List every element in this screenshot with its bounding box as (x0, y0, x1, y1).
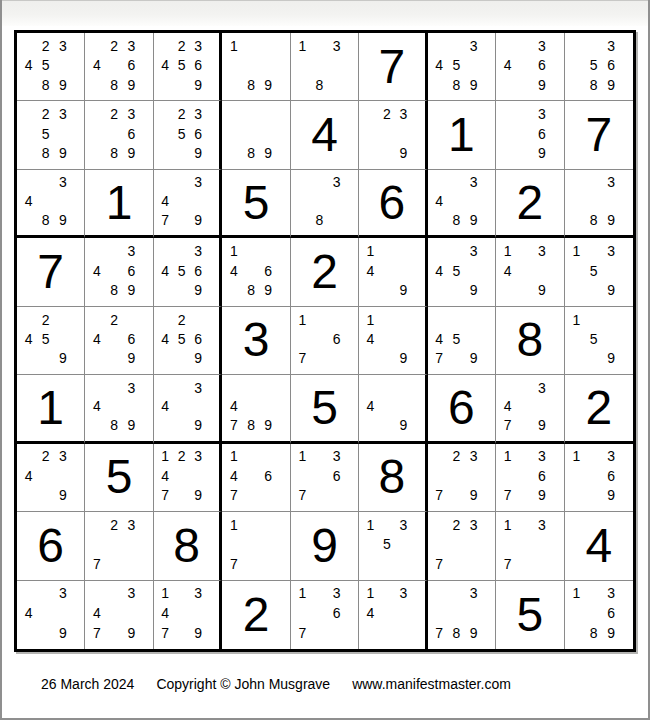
cell-r4c3[interactable]: 34569 (154, 238, 222, 306)
candidate-empty (431, 603, 448, 623)
cell-r4c6[interactable]: 149 (359, 238, 427, 306)
candidate-empty (585, 173, 602, 192)
cell-r9c5[interactable]: 1367 (291, 581, 359, 649)
candidate-digit: 9 (54, 75, 71, 94)
candidate-digit: 2 (37, 36, 54, 55)
cell-r5c3[interactable]: 24569 (154, 307, 222, 375)
candidate-empty (568, 75, 585, 94)
cell-r4c9[interactable]: 1359 (565, 238, 633, 306)
cell-r6c2[interactable]: 3489 (85, 375, 153, 443)
candidate-digit: 9 (190, 623, 206, 643)
candidate-empty (448, 349, 465, 368)
cell-r3c7[interactable]: 3489 (428, 170, 496, 238)
candidate-empty (516, 124, 533, 143)
candidate-digit: 8 (37, 75, 54, 94)
cell-r5c6[interactable]: 149 (359, 307, 427, 375)
candidate-digit: 9 (533, 280, 550, 299)
candidate-digit: 9 (190, 143, 206, 162)
candidate-digit: 2 (173, 310, 189, 329)
candidate-empty (260, 55, 277, 74)
cell-r8c1[interactable]: 6 (17, 512, 85, 580)
candidate-empty (516, 535, 533, 554)
candidate-empty (242, 486, 259, 505)
cell-r3c5[interactable]: 38 (291, 170, 359, 238)
candidate-empty (190, 603, 206, 623)
candidate-digit: 4 (499, 55, 516, 74)
cell-r2c6[interactable]: 239 (359, 101, 427, 169)
candidates-grid: 3789 (428, 581, 495, 649)
candidate-digit: 7 (294, 623, 311, 643)
candidate-empty (311, 329, 328, 348)
cell-r7c1[interactable]: 2349 (17, 444, 85, 512)
candidate-empty (123, 310, 140, 329)
sudoku-board[interactable]: 2345892346892345691891387345893469356892… (14, 30, 636, 652)
cell-r7c5[interactable]: 1367 (291, 444, 359, 512)
candidate-digit: 3 (190, 447, 206, 466)
cell-r2c7[interactable]: 1 (428, 101, 496, 169)
candidate-empty (448, 310, 465, 329)
candidate-empty (242, 261, 259, 280)
candidate-digit: 1 (157, 584, 173, 604)
candidate-digit: 3 (123, 36, 140, 55)
candidate-empty (242, 554, 259, 573)
candidates-grid: 1359 (565, 238, 633, 305)
candidate-empty (395, 261, 411, 280)
candidate-digit: 5 (37, 329, 54, 348)
cell-r8c7[interactable]: 237 (428, 512, 496, 580)
cell-r6c8[interactable]: 3479 (496, 375, 564, 443)
cell-r1c8[interactable]: 3469 (496, 33, 564, 101)
candidate-empty (516, 241, 533, 260)
candidate-digit: 9 (190, 349, 206, 368)
solved-digit: 2 (516, 179, 543, 227)
candidate-digit: 9 (54, 211, 71, 230)
candidate-digit: 3 (603, 447, 620, 466)
candidate-empty (533, 535, 550, 554)
cell-r6c5[interactable]: 5 (291, 375, 359, 443)
candidate-empty (431, 515, 448, 534)
candidate-digit: 4 (431, 329, 448, 348)
candidate-digit: 5 (173, 55, 189, 74)
candidate-empty (37, 603, 54, 623)
candidate-digit: 4 (88, 329, 105, 348)
candidate-empty (157, 173, 173, 192)
candidate-digit: 9 (190, 416, 206, 435)
candidate-empty (242, 535, 259, 554)
cell-r5c9[interactable]: 159 (565, 307, 633, 375)
candidates-grid: 1467 (222, 444, 289, 511)
candidate-empty (173, 623, 189, 643)
candidate-empty (157, 124, 173, 143)
candidate-empty (395, 378, 411, 397)
candidate-digit: 7 (225, 486, 242, 505)
candidate-digit: 3 (533, 104, 550, 123)
cell-r1c6[interactable]: 7 (359, 33, 427, 101)
candidate-empty (516, 280, 533, 299)
candidate-empty (260, 397, 277, 416)
cell-r8c2[interactable]: 237 (85, 512, 153, 580)
candidate-empty (123, 554, 140, 573)
candidate-digit: 3 (54, 584, 71, 604)
cell-r2c9[interactable]: 7 (565, 101, 633, 169)
candidates-grid: 13679 (496, 444, 563, 511)
cell-r1c7[interactable]: 34589 (428, 33, 496, 101)
candidate-digit: 3 (465, 36, 482, 55)
candidate-empty (54, 310, 71, 329)
cell-r2c1[interactable]: 23589 (17, 101, 85, 169)
candidate-digit: 3 (190, 584, 206, 604)
candidate-digit: 8 (106, 416, 123, 435)
cell-r2c4[interactable]: 89 (222, 101, 290, 169)
candidates-grid: 389 (565, 170, 633, 235)
candidate-empty (585, 447, 602, 466)
cell-r3c1[interactable]: 3489 (17, 170, 85, 238)
candidates-grid: 4789 (222, 375, 289, 440)
candidate-empty (362, 554, 378, 573)
candidate-digit: 3 (533, 447, 550, 466)
candidate-digit: 4 (225, 397, 242, 416)
candidate-empty (20, 447, 37, 466)
cell-r9c7[interactable]: 3789 (428, 581, 496, 649)
candidate-digit: 7 (157, 486, 173, 505)
candidate-empty (54, 329, 71, 348)
candidate-empty (395, 124, 411, 143)
candidates-grid: 34569 (154, 238, 219, 305)
cell-r7c4[interactable]: 1467 (222, 444, 290, 512)
candidate-digit: 1 (568, 310, 585, 329)
candidate-digit: 2 (448, 447, 465, 466)
candidate-empty (465, 535, 482, 554)
cell-r2c8[interactable]: 369 (496, 101, 564, 169)
cell-r8c5[interactable]: 9 (291, 512, 359, 580)
candidate-empty (106, 378, 123, 397)
candidate-empty (362, 349, 378, 368)
candidate-empty (379, 584, 395, 604)
candidate-digit: 4 (225, 466, 242, 485)
candidate-empty (431, 36, 448, 55)
candidate-digit: 7 (431, 623, 448, 643)
candidate-digit: 6 (603, 603, 620, 623)
candidate-empty (311, 349, 328, 368)
candidate-empty (173, 192, 189, 211)
candidate-empty (106, 349, 123, 368)
cell-r7c9[interactable]: 1369 (565, 444, 633, 512)
candidate-empty (395, 554, 411, 573)
candidates-grid: 17 (222, 512, 289, 579)
cell-r1c5[interactable]: 138 (291, 33, 359, 101)
cell-r2c3[interactable]: 23569 (154, 101, 222, 169)
candidate-empty (568, 280, 585, 299)
cell-r3c6[interactable]: 6 (359, 170, 427, 238)
candidate-empty (37, 173, 54, 192)
candidate-empty (157, 310, 173, 329)
candidate-empty (106, 241, 123, 260)
candidate-empty (379, 397, 395, 416)
cell-r4c5[interactable]: 2 (291, 238, 359, 306)
cell-r4c8[interactable]: 1349 (496, 238, 564, 306)
cell-r5c2[interactable]: 2469 (85, 307, 153, 375)
candidate-digit: 9 (54, 349, 71, 368)
cell-r4c2[interactable]: 34689 (85, 238, 153, 306)
candidate-empty (395, 310, 411, 329)
cell-r4c1[interactable]: 7 (17, 238, 85, 306)
candidate-digit: 1 (499, 241, 516, 260)
candidate-empty (294, 55, 311, 74)
candidate-empty (379, 143, 395, 162)
candidate-empty (173, 349, 189, 368)
candidate-digit: 9 (123, 75, 140, 94)
candidate-digit: 3 (465, 241, 482, 260)
candidate-digit: 3 (465, 515, 482, 534)
solved-digit: 3 (243, 316, 270, 364)
cell-r3c2[interactable]: 1 (85, 170, 153, 238)
candidate-digit: 3 (190, 241, 206, 260)
cell-r3c8[interactable]: 2 (496, 170, 564, 238)
candidate-digit: 6 (123, 55, 140, 74)
candidate-empty (448, 584, 465, 604)
cell-r6c9[interactable]: 2 (565, 375, 633, 443)
candidate-digit: 4 (157, 397, 173, 416)
candidate-digit: 1 (294, 310, 311, 329)
candidate-digit: 9 (260, 75, 277, 94)
candidate-empty (88, 378, 105, 397)
cell-r9c3[interactable]: 13479 (154, 581, 222, 649)
candidate-empty (88, 535, 105, 554)
candidate-digit: 4 (362, 397, 378, 416)
candidate-digit: 8 (37, 143, 54, 162)
candidate-empty (465, 55, 482, 74)
candidate-empty (225, 104, 242, 123)
solved-digit: 7 (37, 248, 64, 296)
candidate-empty (568, 486, 585, 505)
candidate-digit: 8 (242, 416, 259, 435)
candidate-digit: 8 (106, 75, 123, 94)
cell-r9c1[interactable]: 349 (17, 581, 85, 649)
candidate-empty (568, 211, 585, 230)
candidate-digit: 9 (190, 75, 206, 94)
candidate-digit: 7 (499, 554, 516, 573)
candidate-empty (294, 192, 311, 211)
cell-r7c7[interactable]: 2379 (428, 444, 496, 512)
candidate-empty (190, 397, 206, 416)
candidate-empty (448, 535, 465, 554)
candidate-empty (54, 466, 71, 485)
candidate-empty (516, 143, 533, 162)
cell-r8c3[interactable]: 8 (154, 512, 222, 580)
cell-r9c2[interactable]: 3479 (85, 581, 153, 649)
candidate-empty (157, 104, 173, 123)
candidate-empty (20, 124, 37, 143)
candidates-grid: 1367 (291, 581, 358, 649)
candidate-empty (106, 554, 123, 573)
candidate-digit: 8 (106, 280, 123, 299)
cell-r7c3[interactable]: 123479 (154, 444, 222, 512)
candidate-empty (294, 603, 311, 623)
candidate-empty (568, 173, 585, 192)
candidates-grid: 189 (222, 33, 289, 100)
candidate-empty (431, 310, 448, 329)
candidate-digit: 4 (88, 397, 105, 416)
candidate-empty (516, 515, 533, 534)
cell-r5c4[interactable]: 3 (222, 307, 290, 375)
candidates-grid: 137 (496, 512, 563, 579)
candidate-digit: 2 (37, 310, 54, 329)
candidate-empty (448, 36, 465, 55)
cell-r6c7[interactable]: 6 (428, 375, 496, 443)
cell-r9c8[interactable]: 5 (496, 581, 564, 649)
cell-r2c5[interactable]: 4 (291, 101, 359, 169)
cell-r1c1[interactable]: 234589 (17, 33, 85, 101)
candidate-empty (395, 603, 411, 623)
cell-r7c2[interactable]: 5 (85, 444, 153, 512)
candidate-digit: 9 (54, 143, 71, 162)
candidate-empty (157, 280, 173, 299)
candidate-empty (328, 349, 345, 368)
solved-digit: 6 (379, 179, 406, 227)
footer-website[interactable]: www.manifestmaster.com (352, 676, 511, 692)
candidate-empty (395, 329, 411, 348)
candidate-empty (499, 143, 516, 162)
page: { "game": "sudoku", "position": "0000070… (0, 0, 650, 720)
solved-digit: 8 (516, 316, 543, 364)
cell-r4c4[interactable]: 14689 (222, 238, 290, 306)
cell-r1c9[interactable]: 35689 (565, 33, 633, 101)
candidate-digit: 6 (533, 124, 550, 143)
candidate-digit: 9 (533, 486, 550, 505)
candidate-digit: 1 (294, 584, 311, 604)
candidate-empty (173, 173, 189, 192)
candidate-digit: 3 (603, 584, 620, 604)
candidate-empty (568, 36, 585, 55)
candidate-empty (242, 104, 259, 123)
candidates-grid: 3479 (85, 581, 152, 649)
candidate-digit: 6 (190, 55, 206, 74)
cell-r8c4[interactable]: 17 (222, 512, 290, 580)
candidate-digit: 2 (37, 447, 54, 466)
candidate-digit: 7 (157, 211, 173, 230)
candidate-digit: 7 (431, 486, 448, 505)
candidate-empty (328, 211, 345, 230)
candidate-empty (516, 486, 533, 505)
cell-r3c4[interactable]: 5 (222, 170, 290, 238)
candidate-digit: 6 (328, 329, 345, 348)
candidate-empty (431, 211, 448, 230)
candidate-empty (603, 192, 620, 211)
solved-digit: 5 (516, 591, 543, 639)
candidate-empty (585, 310, 602, 329)
candidate-empty (294, 75, 311, 94)
cell-r5c1[interactable]: 2459 (17, 307, 85, 375)
cell-r3c9[interactable]: 389 (565, 170, 633, 238)
candidates-grid: 167 (291, 307, 358, 374)
candidate-empty (603, 261, 620, 280)
candidate-empty (54, 55, 71, 74)
cell-r7c8[interactable]: 13679 (496, 444, 564, 512)
solved-digit: 5 (243, 179, 270, 227)
candidate-digit: 3 (465, 447, 482, 466)
candidate-empty (568, 192, 585, 211)
candidate-digit: 8 (311, 211, 328, 230)
candidate-digit: 9 (465, 623, 482, 643)
candidate-digit: 3 (190, 104, 206, 123)
cell-r5c8[interactable]: 8 (496, 307, 564, 375)
candidate-digit: 1 (157, 447, 173, 466)
cell-r1c3[interactable]: 234569 (154, 33, 222, 101)
candidate-digit: 6 (190, 329, 206, 348)
candidate-empty (311, 192, 328, 211)
candidate-empty (173, 280, 189, 299)
cell-r5c5[interactable]: 167 (291, 307, 359, 375)
candidate-digit: 5 (448, 55, 465, 74)
candidate-empty (54, 603, 71, 623)
cell-r9c4[interactable]: 2 (222, 581, 290, 649)
solved-digit: 2 (585, 384, 612, 432)
candidate-digit: 4 (431, 261, 448, 280)
candidate-digit: 9 (123, 349, 140, 368)
cell-r6c1[interactable]: 1 (17, 375, 85, 443)
candidates-grid: 3489 (85, 375, 152, 440)
candidate-empty (585, 349, 602, 368)
candidate-digit: 1 (362, 310, 378, 329)
candidate-empty (379, 623, 395, 643)
cell-r3c3[interactable]: 3479 (154, 170, 222, 238)
candidate-empty (431, 447, 448, 466)
candidate-digit: 9 (603, 623, 620, 643)
cell-r1c4[interactable]: 189 (222, 33, 290, 101)
cell-r6c4[interactable]: 4789 (222, 375, 290, 443)
candidate-digit: 4 (157, 466, 173, 485)
cell-r8c8[interactable]: 137 (496, 512, 564, 580)
solved-digit: 8 (173, 522, 200, 570)
cell-r6c6[interactable]: 49 (359, 375, 427, 443)
candidate-empty (465, 329, 482, 348)
candidate-digit: 3 (190, 173, 206, 192)
candidate-empty (20, 143, 37, 162)
candidate-digit: 2 (106, 310, 123, 329)
candidate-empty (516, 55, 533, 74)
candidate-empty (173, 486, 189, 505)
candidate-empty (585, 486, 602, 505)
candidate-digit: 9 (123, 416, 140, 435)
candidate-empty (516, 447, 533, 466)
cell-r7c6[interactable]: 8 (359, 444, 427, 512)
cell-r9c6[interactable]: 134 (359, 581, 427, 649)
candidates-grid: 2469 (85, 307, 152, 374)
candidates-grid: 14689 (222, 238, 289, 305)
candidates-grid: 234689 (85, 33, 152, 100)
cell-r6c3[interactable]: 349 (154, 375, 222, 443)
cell-r9c9[interactable]: 13689 (565, 581, 633, 649)
candidate-empty (516, 261, 533, 280)
candidates-grid: 3459 (428, 238, 495, 305)
candidate-digit: 7 (431, 554, 448, 573)
cell-r1c2[interactable]: 234689 (85, 33, 153, 101)
solved-digit: 2 (243, 591, 270, 639)
candidate-empty (311, 310, 328, 329)
candidate-empty (157, 349, 173, 368)
solved-digit: 4 (311, 111, 338, 159)
cell-r8c6[interactable]: 135 (359, 512, 427, 580)
cell-r8c9[interactable]: 4 (565, 512, 633, 580)
cell-r5c7[interactable]: 4579 (428, 307, 496, 375)
candidate-empty (568, 329, 585, 348)
candidate-empty (106, 124, 123, 143)
cell-r4c7[interactable]: 3459 (428, 238, 496, 306)
candidates-grid: 234569 (154, 33, 219, 100)
candidate-digit: 9 (190, 211, 206, 230)
candidates-grid: 34589 (428, 33, 495, 100)
cell-r2c2[interactable]: 23689 (85, 101, 153, 169)
